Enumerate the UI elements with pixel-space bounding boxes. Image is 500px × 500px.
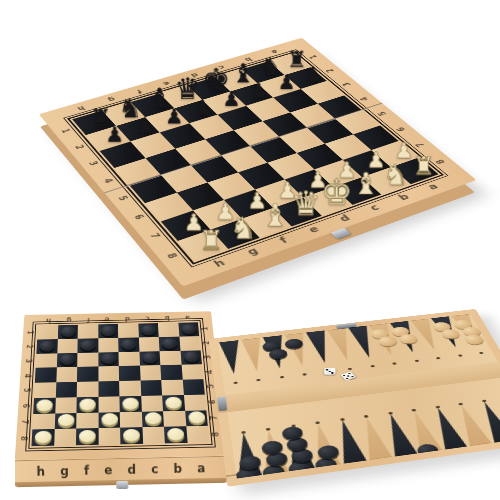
chess-square[interactable] (175, 139, 221, 165)
peg-hole (280, 376, 284, 379)
checker-piece-black[interactable] (59, 354, 75, 365)
chess-piece-black[interactable]: ♟ (135, 116, 154, 137)
checker-piece-black[interactable] (101, 353, 117, 364)
chess-piece-white[interactable]: ♝ (261, 201, 288, 232)
checkers-square[interactable] (164, 426, 187, 443)
chess-piece-white[interactable]: ♝ (353, 170, 380, 200)
checkers-square[interactable] (56, 367, 77, 382)
checkers-square[interactable] (77, 381, 98, 397)
peg-hole (435, 406, 440, 409)
checkers-square[interactable] (138, 337, 159, 351)
checker-piece-black[interactable] (141, 324, 157, 335)
coordinate-label: f (277, 235, 290, 245)
clasp-icon (116, 481, 128, 489)
checker-piece-black[interactable] (142, 352, 158, 363)
checkers-square[interactable] (33, 398, 55, 414)
checkers-square[interactable] (142, 427, 165, 444)
coordinate-label: 1 (307, 54, 319, 59)
peg-hole (266, 428, 271, 431)
checkers-square[interactable] (119, 366, 140, 381)
checker-piece-white[interactable] (123, 429, 140, 442)
checkers-square[interactable] (98, 428, 120, 445)
coordinate-label: g (245, 246, 261, 257)
checkers-board-top: hgfedcba 12345678 12345678 (15, 311, 227, 460)
checker-piece-black[interactable] (39, 340, 55, 351)
checker-piece-white[interactable] (101, 413, 118, 426)
peg-hole (370, 365, 375, 368)
checkers-square[interactable] (54, 429, 77, 446)
checkers-square[interactable] (119, 381, 141, 397)
checkers-playing-area (31, 322, 209, 446)
checkers-square[interactable] (183, 394, 206, 410)
checker-piece-black[interactable] (183, 351, 200, 362)
backgammon-checker-wood[interactable] (398, 333, 419, 344)
backgammon-checker-wood[interactable] (377, 336, 398, 347)
peg-hole (458, 403, 463, 406)
checkers-square[interactable] (56, 353, 77, 368)
coordinate-label: d (127, 462, 136, 476)
backgammon-checker-black[interactable] (268, 348, 288, 360)
chess-piece-black[interactable]: ♟ (194, 98, 212, 118)
checker-piece-black[interactable] (121, 339, 137, 350)
checkers-square[interactable] (182, 379, 205, 395)
coordinate-label: a (197, 461, 205, 475)
checkers-front-rail: hgfedcba (15, 456, 227, 482)
checkers-square[interactable] (77, 367, 98, 382)
coordinate-label: 4 (101, 177, 114, 184)
checker-piece-white[interactable] (36, 399, 53, 411)
coordinate-label: 6 (132, 213, 146, 220)
coordinate-label: g (60, 464, 69, 478)
coordinate-label: g (106, 96, 117, 103)
checkers-square[interactable] (181, 364, 203, 379)
coordinate-label: 8 (165, 252, 179, 260)
coordinate-label: e (104, 463, 112, 477)
chess-piece-black[interactable]: ♟ (277, 73, 295, 93)
checkers-square[interactable] (158, 323, 179, 337)
chess-piece-black[interactable]: ♟ (222, 90, 240, 110)
peg-hole (303, 373, 307, 376)
coordinate-label: 6 (395, 126, 408, 132)
chess-piece-black[interactable]: ♟ (165, 107, 183, 128)
backgammon-case (209, 309, 500, 487)
checkers-square[interactable] (32, 413, 54, 430)
checkers-square[interactable] (138, 323, 159, 337)
chess-piece-black[interactable]: ♟ (105, 125, 124, 146)
chess-piece-white[interactable]: ♜ (199, 228, 223, 255)
checkers-square[interactable] (139, 351, 160, 366)
checkers-square[interactable] (76, 412, 98, 429)
checkers-square[interactable] (77, 338, 98, 352)
coordinate-label: a (425, 182, 441, 192)
chess-piece-black[interactable]: ♟ (304, 65, 322, 85)
checkers-square[interactable] (98, 324, 118, 338)
peg-hole (458, 354, 463, 357)
checkers-square[interactable] (118, 337, 139, 351)
coordinate-label: 3 (87, 160, 100, 167)
checker-piece-white[interactable] (188, 412, 206, 425)
checkers-square[interactable] (119, 396, 141, 412)
checker-piece-black[interactable] (101, 325, 116, 336)
backgammon-checker-wood[interactable] (440, 328, 462, 339)
checkers-square[interactable] (55, 397, 77, 413)
checkers-square[interactable] (118, 351, 139, 366)
chess-piece-white[interactable]: ♞ (230, 213, 257, 243)
checker-piece-white[interactable] (35, 431, 52, 444)
coordinate-label: e (306, 224, 322, 235)
coordinate-label: b (173, 461, 182, 475)
checkers-square[interactable] (37, 325, 58, 339)
checkers-square[interactable] (98, 381, 119, 397)
coordinate-label: c (367, 203, 382, 213)
chess-piece-white[interactable]: ♚ (321, 175, 353, 210)
coordinate-label: 2 (324, 68, 336, 73)
checkers-square[interactable] (140, 380, 162, 396)
peg-hole (364, 415, 369, 418)
peg-hole (233, 381, 237, 384)
checkers-square[interactable] (31, 429, 54, 446)
checkers-square[interactable] (76, 428, 98, 445)
coordinate-label: 2 (73, 144, 86, 150)
checker-piece-white[interactable] (165, 396, 182, 408)
coordinate-label: h (36, 464, 45, 478)
checkers-square[interactable] (160, 365, 182, 380)
peg-hole (479, 352, 484, 355)
checker-piece-black[interactable] (162, 338, 178, 349)
coordinate-label: 4 (358, 96, 370, 102)
checkers-square[interactable] (57, 339, 78, 353)
checkers-square[interactable] (36, 353, 57, 368)
backgammon-checker-wood[interactable] (463, 334, 485, 345)
peg-hole (388, 412, 393, 415)
coordinate-label: 1 (59, 128, 72, 134)
peg-hole (414, 360, 419, 363)
coordinate-label: 7 (414, 142, 427, 148)
coordinate-label: f (84, 463, 90, 477)
peg-hole (436, 357, 441, 360)
checkers-square[interactable] (57, 325, 77, 339)
backgammon-point[interactable] (218, 340, 246, 375)
coordinate-label: 8 (434, 158, 447, 165)
checkers-square[interactable] (77, 352, 98, 367)
backgammon-point[interactable] (283, 333, 314, 367)
chess-piece-white[interactable]: ♜ (413, 154, 435, 179)
checkers-square[interactable] (36, 339, 57, 353)
peg-hole (315, 421, 320, 424)
checkers-square[interactable] (141, 395, 163, 411)
backgammon-board (209, 309, 500, 487)
die-icon[interactable] (324, 368, 336, 375)
chess-board-top: 12345678 12345678 hgfedcba hgfedcba ♜♞♝♛… (39, 38, 477, 287)
peg-hole (481, 400, 486, 403)
checker-piece-white[interactable] (58, 414, 75, 427)
checkers-square[interactable] (179, 336, 201, 350)
checkers-square[interactable] (35, 367, 57, 382)
coordinate-label: 3 (341, 82, 353, 88)
checkers-square[interactable] (140, 365, 162, 380)
chess-piece-white[interactable]: ♛ (291, 187, 321, 220)
checkers-square[interactable] (163, 410, 186, 426)
coordinate-label: 5 (116, 195, 130, 202)
checker-piece-black[interactable] (181, 324, 197, 335)
checkers-square[interactable] (54, 413, 76, 430)
checker-piece-white[interactable] (80, 398, 96, 410)
checkers-square[interactable] (180, 350, 202, 365)
checkers-square[interactable] (120, 427, 143, 444)
checkers-square[interactable] (186, 426, 210, 443)
checkers-square[interactable] (98, 352, 119, 367)
checkers-square[interactable] (98, 396, 120, 412)
chess-piece-white[interactable]: ♞ (383, 161, 408, 189)
checkers-board: hgfedcba 12345678 12345678 hgfedcba (11, 266, 229, 487)
coordinate-label: c (151, 462, 158, 476)
checkers-square[interactable] (34, 382, 56, 398)
peg-hole (392, 362, 397, 365)
checkers-square[interactable] (55, 382, 77, 398)
checkers-square[interactable] (98, 366, 119, 381)
checkers-square[interactable] (78, 324, 98, 338)
coordinate-label: 5 (376, 111, 389, 117)
checker-piece-white[interactable] (145, 412, 162, 425)
coordinate-label: d (337, 213, 353, 224)
peg-hole (412, 409, 417, 412)
checkers-square[interactable] (98, 338, 119, 352)
peg-hole (257, 379, 261, 382)
checkers-square[interactable] (98, 412, 120, 428)
chess-piece-black[interactable]: ♟ (250, 81, 268, 101)
coordinate-label: 7 (148, 232, 162, 240)
side-latch-icon (217, 396, 227, 410)
checkers-square[interactable] (178, 322, 199, 336)
checkers-square[interactable] (185, 410, 208, 426)
checkers-square[interactable] (160, 350, 182, 365)
checker-piece-black[interactable] (60, 326, 75, 337)
coordinate-label: b (396, 192, 412, 202)
coordinate-label: h (76, 105, 87, 112)
peg-hole (241, 431, 246, 434)
peg-hole (348, 368, 353, 371)
product-photo-canvas: 12345678 12345678 hgfedcba hgfedcba ♜♞♝♛… (0, 0, 500, 500)
checkers-square[interactable] (141, 411, 164, 427)
checker-piece-white[interactable] (167, 428, 185, 441)
checker-piece-white[interactable] (79, 430, 96, 443)
checkers-square[interactable] (76, 397, 98, 413)
chess-board: 12345678 12345678 hgfedcba hgfedcba ♜♞♝♛… (39, 38, 477, 287)
peg-hole (340, 418, 345, 421)
checkers-square[interactable] (120, 411, 142, 427)
checkers-square[interactable] (118, 324, 139, 338)
chess-scene: 12345678 12345678 hgfedcba hgfedcba ♜♞♝♛… (0, 0, 500, 300)
checkers-square[interactable] (161, 380, 183, 396)
checker-piece-black[interactable] (80, 339, 95, 350)
checker-piece-white[interactable] (123, 397, 140, 409)
checkers-square[interactable] (162, 395, 185, 411)
checkers-square[interactable] (159, 336, 180, 350)
